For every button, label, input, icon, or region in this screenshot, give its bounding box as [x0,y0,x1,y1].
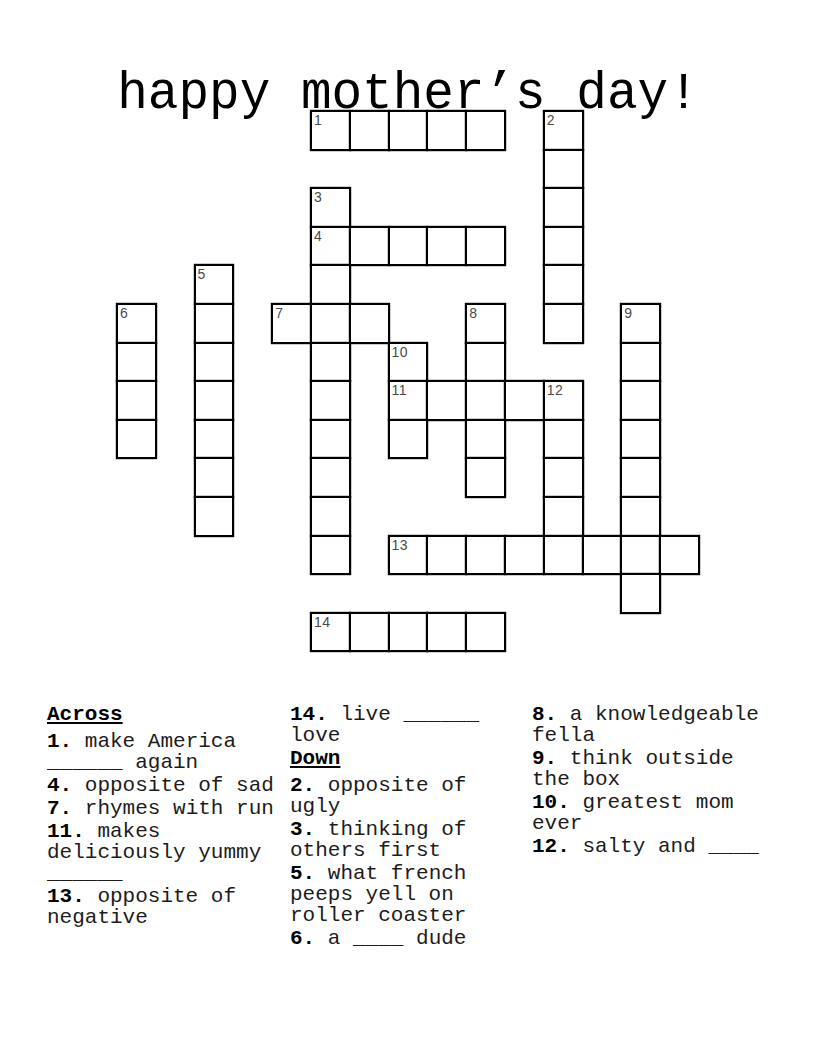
clue-across-13: 13.opposite of negative [47,886,289,928]
grid-cell[interactable] [117,381,156,420]
grid-cell[interactable] [505,536,544,575]
clue-number: 9. [532,747,557,770]
clue-down-6: 6.a ____ dude [290,928,492,949]
clue-text: thinking of others first [290,818,466,862]
clue-across-4: 4.opposite of sad [47,775,289,796]
crossword-worksheet: { "game": "crossword", "title": "happy m… [0,0,816,1056]
grid-cell[interactable] [505,381,544,420]
cell-number: 12 [547,383,564,398]
grid-cell[interactable] [621,536,660,575]
clue-number: 14. [290,703,328,726]
grid-cell-12[interactable]: 12 [544,381,583,420]
cell-number: 11 [392,383,408,398]
grid-cell[interactable] [311,381,350,420]
grid-cell[interactable] [544,188,583,227]
grid-cell-14[interactable]: 14 [311,613,350,652]
clue-number: 13. [47,885,85,908]
clue-across-11: 11.makes deliciously yummy ______ [47,821,289,884]
grid-cell[interactable] [350,227,389,266]
grid-cell-3[interactable]: 3 [311,188,350,227]
clue-text: a knowledgeable fella [532,703,759,747]
clue-text: a ____ dude [328,927,467,950]
clue-number: 11. [47,820,85,843]
clue-text: make America ______ again [47,730,236,774]
grid-cell-1[interactable]: 1 [311,111,350,150]
clue-across-1: 1.make America ______ again [47,731,289,773]
grid-cell[interactable] [621,458,660,497]
grid-cell[interactable] [311,497,350,536]
grid-cell[interactable] [311,536,350,575]
clue-number: 5. [290,862,315,885]
across-header: Across [47,704,289,725]
clue-down-12: 12.salty and ____ [532,836,782,857]
grid-cell[interactable] [544,304,583,343]
clue-number: 10. [532,791,570,814]
cell-number: 6 [120,306,128,321]
grid-cell[interactable] [389,111,428,150]
clue-down-9: 9.think outside the box [532,748,782,790]
clue-down-2: 2.opposite of ugly [290,775,492,817]
clue-column-1: Across 1.make America ______ again 4.opp… [47,704,289,930]
grid-cell[interactable] [311,458,350,497]
grid-cell-9[interactable]: 9 [621,304,660,343]
clue-number: 7. [47,797,72,820]
clue-number: 2. [290,774,315,797]
grid-cell-5[interactable]: 5 [195,265,234,304]
grid-cell[interactable] [466,111,505,150]
grid-cell[interactable] [621,574,660,613]
clue-number: 12. [532,835,570,858]
clue-text: rhymes with run [85,797,274,820]
grid-cell[interactable] [311,265,350,304]
clue-text: salty and ____ [582,835,758,858]
clue-text: think outside the box [532,747,734,791]
cell-number: 5 [198,267,206,282]
grid-cell[interactable] [660,536,699,575]
grid-cell[interactable] [621,497,660,536]
clue-number: 4. [47,774,72,797]
grid-cell[interactable] [311,343,350,382]
cell-number: 7 [275,306,283,321]
grid-cell[interactable] [427,381,466,420]
cell-number: 2 [547,113,555,128]
grid-cell[interactable] [427,111,466,150]
cell-number: 8 [469,306,477,321]
cell-number: 13 [392,538,409,553]
grid-cell[interactable] [621,343,660,382]
clue-across-14: 14.live ______ love [290,704,492,746]
grid-cell-7[interactable]: 7 [272,304,311,343]
grid-cell[interactable] [350,613,389,652]
crossword-grid: 1234567891011121314 [117,111,699,651]
clue-down-10: 10.greatest mom ever [532,792,782,834]
grid-cell[interactable] [311,304,350,343]
grid-cell[interactable] [389,613,428,652]
cell-number: 14 [314,615,331,630]
grid-cell[interactable] [544,536,583,575]
grid-cell-13[interactable]: 13 [389,536,428,575]
grid-cell[interactable] [195,420,234,459]
grid-cell[interactable] [427,613,466,652]
cell-number: 4 [314,229,322,244]
grid-cell[interactable] [195,381,234,420]
grid-cell[interactable] [466,420,505,459]
grid-cell[interactable] [466,343,505,382]
clue-number: 1. [47,730,72,753]
cell-number: 9 [624,306,632,321]
cell-number: 1 [314,113,322,128]
clue-text: what french peeps yell on roller coaster [290,862,466,927]
grid-cell-4[interactable]: 4 [311,227,350,266]
grid-cell[interactable] [195,497,234,536]
cell-number: 10 [392,345,409,360]
grid-cell[interactable] [544,150,583,189]
grid-cell[interactable] [350,111,389,150]
clue-down-5: 5.what french peeps yell on roller coast… [290,863,492,926]
grid-cell[interactable] [466,536,505,575]
clue-down-3: 3.thinking of others first [290,819,492,861]
grid-cell-8[interactable]: 8 [466,304,505,343]
clue-text: opposite of sad [85,774,274,797]
grid-cell[interactable] [195,343,234,382]
grid-cell[interactable] [389,227,428,266]
grid-cell[interactable] [311,420,350,459]
clue-number: 8. [532,703,557,726]
clue-across-7: 7.rhymes with run [47,798,289,819]
clue-down-8: 8.a knowledgeable fella [532,704,782,746]
grid-cell[interactable] [544,420,583,459]
grid-cell-11[interactable]: 11 [389,381,428,420]
grid-cell-2[interactable]: 2 [544,111,583,150]
grid-cell-10[interactable]: 10 [389,343,428,382]
grid-cell[interactable] [117,420,156,459]
grid-cell[interactable] [466,613,505,652]
grid-cell[interactable] [427,536,466,575]
grid-cell[interactable] [621,420,660,459]
grid-cell[interactable] [583,536,622,575]
grid-cell-6[interactable]: 6 [117,304,156,343]
grid-cell[interactable] [544,227,583,266]
clue-column-3: 8.a knowledgeable fella 9.think outside … [532,704,782,859]
grid-cell[interactable] [350,304,389,343]
grid-cell[interactable] [544,458,583,497]
clue-number: 3. [290,818,315,841]
grid-cell[interactable] [466,227,505,266]
clue-column-2: 14.live ______ love Down 2.opposite of u… [290,704,492,951]
grid-cell[interactable] [195,458,234,497]
grid-cell[interactable] [466,458,505,497]
grid-cell[interactable] [544,497,583,536]
cell-number: 3 [314,190,322,205]
grid-cell[interactable] [544,265,583,304]
grid-cell[interactable] [117,343,156,382]
grid-cell[interactable] [621,381,660,420]
grid-cell[interactable] [466,381,505,420]
grid-cell[interactable] [427,227,466,266]
down-header: Down [290,748,492,769]
grid-cell[interactable] [195,304,234,343]
clue-text: opposite of ugly [290,774,466,818]
clue-number: 6. [290,927,315,950]
grid-cell[interactable] [389,420,428,459]
